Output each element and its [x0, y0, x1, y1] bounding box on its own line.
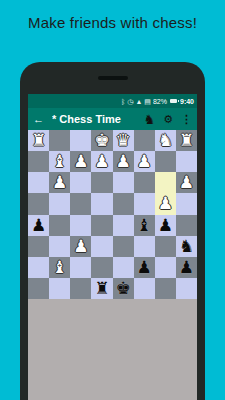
gear-icon[interactable]: ⚙	[163, 114, 173, 125]
square-d2[interactable]: ♟	[113, 151, 134, 172]
battery-percent: 82%	[153, 98, 167, 105]
square-b7[interactable]	[155, 257, 176, 278]
knight-menu-icon[interactable]: ♞	[143, 113, 155, 126]
square-d1[interactable]: ♛	[113, 130, 134, 151]
square-h4[interactable]	[28, 193, 49, 214]
white-piece: ♟	[137, 153, 152, 170]
square-e3[interactable]	[91, 172, 112, 193]
square-g8[interactable]	[49, 278, 70, 299]
square-d4[interactable]	[113, 193, 134, 214]
app-title: * Chess Time	[52, 113, 135, 125]
black-piece: ♜	[94, 280, 109, 297]
white-piece: ♟	[179, 174, 194, 191]
white-piece: ♟	[158, 195, 173, 212]
square-g3[interactable]: ♟	[49, 172, 70, 193]
square-e4[interactable]	[91, 193, 112, 214]
square-g5[interactable]	[49, 215, 70, 236]
phone-speaker	[98, 76, 128, 80]
white-piece: ♝	[52, 153, 67, 170]
square-d3[interactable]	[113, 172, 134, 193]
square-b2[interactable]	[155, 151, 176, 172]
square-f8[interactable]	[70, 278, 91, 299]
white-piece: ♟	[94, 153, 109, 170]
status-bar: ᛒ ◷ ▲ ▤ 82% 9:40	[28, 94, 197, 108]
promo-headline: Make friends with chess!	[0, 14, 225, 31]
square-d8[interactable]: ♚	[113, 278, 134, 299]
square-d6[interactable]	[113, 236, 134, 257]
square-c3[interactable]	[134, 172, 155, 193]
wifi-icon: ▲	[135, 98, 142, 105]
square-g7[interactable]: ♝	[49, 257, 70, 278]
square-a4[interactable]	[176, 193, 197, 214]
white-piece: ♜	[31, 132, 46, 149]
square-f2[interactable]: ♟	[70, 151, 91, 172]
square-b5[interactable]: ♟	[155, 215, 176, 236]
square-h5[interactable]: ♟	[28, 215, 49, 236]
square-e2[interactable]: ♟	[91, 151, 112, 172]
square-f4[interactable]	[70, 193, 91, 214]
white-piece: ♞	[158, 132, 173, 149]
white-piece: ♜	[179, 132, 194, 149]
black-piece: ♚	[115, 280, 130, 297]
alarm-icon: ◷	[127, 98, 133, 105]
square-c6[interactable]	[134, 236, 155, 257]
square-h3[interactable]	[28, 172, 49, 193]
back-arrow-icon[interactable]: ←	[33, 113, 44, 125]
sdcard-icon: ▤	[144, 98, 151, 105]
square-c5[interactable]: ♝	[134, 215, 155, 236]
square-f7[interactable]	[70, 257, 91, 278]
square-c2[interactable]: ♟	[134, 151, 155, 172]
white-piece: ♛	[115, 132, 130, 149]
white-piece: ♚	[94, 132, 109, 149]
square-g4[interactable]	[49, 193, 70, 214]
square-f3[interactable]	[70, 172, 91, 193]
white-piece: ♟	[73, 153, 88, 170]
square-e6[interactable]	[91, 236, 112, 257]
square-a6[interactable]: ♞	[176, 236, 197, 257]
square-b4[interactable]: ♟	[155, 193, 176, 214]
square-g2[interactable]: ♝	[49, 151, 70, 172]
square-f1[interactable]	[70, 130, 91, 151]
square-f5[interactable]	[70, 215, 91, 236]
square-a8[interactable]	[176, 278, 197, 299]
app-bar: ← * Chess Time ♞ ⚙ ⋮	[28, 108, 197, 130]
square-a7[interactable]: ♟	[176, 257, 197, 278]
square-b6[interactable]	[155, 236, 176, 257]
square-e7[interactable]	[91, 257, 112, 278]
battery-icon	[170, 99, 177, 103]
square-b3[interactable]	[155, 172, 176, 193]
overflow-menu-icon[interactable]: ⋮	[181, 114, 192, 125]
promo-canvas: Make friends with chess! ᛒ ◷ ▲ ▤ 82% 9:4…	[0, 0, 225, 400]
square-a2[interactable]	[176, 151, 197, 172]
square-d7[interactable]	[113, 257, 134, 278]
square-a3[interactable]: ♟	[176, 172, 197, 193]
square-a5[interactable]	[176, 215, 197, 236]
square-b8[interactable]	[155, 278, 176, 299]
phone-screen: ᛒ ◷ ▲ ▤ 82% 9:40 ← * Chess Time ♞ ⚙ ⋮ ♜♚…	[28, 94, 197, 400]
square-c4[interactable]	[134, 193, 155, 214]
black-piece: ♞	[179, 238, 194, 255]
square-h1[interactable]: ♜	[28, 130, 49, 151]
black-piece: ♟	[158, 217, 173, 234]
square-h2[interactable]	[28, 151, 49, 172]
square-h8[interactable]	[28, 278, 49, 299]
black-piece: ♟	[31, 217, 46, 234]
bluetooth-icon: ᛒ	[121, 98, 125, 105]
white-piece: ♟	[115, 153, 130, 170]
white-piece: ♟	[52, 174, 67, 191]
white-piece: ♝	[52, 259, 67, 276]
square-g1[interactable]	[49, 130, 70, 151]
clock: 9:40	[180, 98, 194, 105]
square-e1[interactable]: ♚	[91, 130, 112, 151]
chess-board: ♜♚♛♞♜♝♟♟♟♟♟♟♟♟♝♟♟♞♝♟♟♜♚	[28, 130, 197, 299]
square-b1[interactable]: ♞	[155, 130, 176, 151]
black-piece: ♝	[137, 217, 152, 234]
phone-frame: ᛒ ◷ ▲ ▤ 82% 9:40 ← * Chess Time ♞ ⚙ ⋮ ♜♚…	[20, 62, 205, 400]
square-d5[interactable]	[113, 215, 134, 236]
square-c1[interactable]	[134, 130, 155, 151]
square-g6[interactable]	[49, 236, 70, 257]
square-e5[interactable]	[91, 215, 112, 236]
white-piece: ♟	[73, 238, 88, 255]
square-h7[interactable]	[28, 257, 49, 278]
square-c8[interactable]	[134, 278, 155, 299]
square-f6[interactable]: ♟	[70, 236, 91, 257]
black-piece: ♟	[137, 259, 152, 276]
square-e8[interactable]: ♜	[91, 278, 112, 299]
square-c7[interactable]: ♟	[134, 257, 155, 278]
square-a1[interactable]: ♜	[176, 130, 197, 151]
black-piece: ♟	[179, 259, 194, 276]
square-h6[interactable]	[28, 236, 49, 257]
